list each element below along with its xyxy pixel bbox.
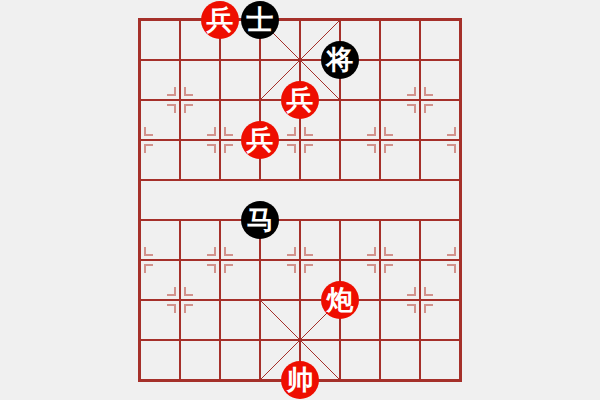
point-marker <box>447 127 456 136</box>
point-marker <box>424 287 433 296</box>
grid-vline-bottom <box>219 220 221 380</box>
grid-vline-top <box>419 20 421 180</box>
red-soldier-piece[interactable]: 兵 <box>241 121 279 159</box>
point-marker <box>207 127 216 136</box>
point-marker <box>207 144 216 153</box>
point-marker <box>367 264 376 273</box>
black-advisor-piece[interactable]: 士 <box>241 1 279 39</box>
grid-vline-bottom <box>419 220 421 380</box>
point-marker <box>287 264 296 273</box>
point-marker <box>167 87 176 96</box>
grid-vline-bottom <box>379 220 381 380</box>
point-marker <box>384 144 393 153</box>
point-marker <box>224 264 233 273</box>
point-marker <box>424 87 433 96</box>
point-marker <box>184 104 193 113</box>
point-marker <box>304 127 313 136</box>
point-marker <box>384 264 393 273</box>
point-marker <box>144 127 153 136</box>
point-marker <box>367 247 376 256</box>
point-marker <box>167 104 176 113</box>
point-marker <box>447 264 456 273</box>
point-marker <box>407 87 416 96</box>
point-marker <box>304 264 313 273</box>
red-soldier-piece[interactable]: 兵 <box>281 81 319 119</box>
point-marker <box>287 247 296 256</box>
point-marker <box>367 127 376 136</box>
black-general-piece[interactable]: 将 <box>321 41 359 79</box>
point-marker <box>304 247 313 256</box>
point-marker <box>184 87 193 96</box>
point-marker <box>207 247 216 256</box>
point-marker <box>424 104 433 113</box>
point-marker <box>424 304 433 313</box>
grid-vline-top <box>379 20 381 180</box>
grid-vline-bottom <box>179 220 181 380</box>
red-cannon-piece[interactable]: 炮 <box>321 281 359 319</box>
point-marker <box>144 264 153 273</box>
grid-vline-top <box>179 20 181 180</box>
point-marker <box>184 287 193 296</box>
point-marker <box>144 247 153 256</box>
grid-vline-top <box>219 20 221 180</box>
point-marker <box>384 127 393 136</box>
point-marker <box>207 264 216 273</box>
xiangqi-board: 兵士将兵兵马炮帅 <box>0 0 600 400</box>
point-marker <box>384 247 393 256</box>
point-marker <box>447 247 456 256</box>
point-marker <box>407 104 416 113</box>
point-marker <box>367 144 376 153</box>
point-marker <box>407 304 416 313</box>
point-marker <box>224 247 233 256</box>
point-marker <box>224 127 233 136</box>
point-marker <box>407 287 416 296</box>
point-marker <box>167 287 176 296</box>
point-marker <box>167 304 176 313</box>
black-horse-piece[interactable]: 马 <box>241 201 279 239</box>
red-general-piece[interactable]: 帅 <box>281 361 319 399</box>
point-marker <box>144 144 153 153</box>
red-soldier-piece[interactable]: 兵 <box>201 1 239 39</box>
point-marker <box>287 127 296 136</box>
grid-vline-bottom <box>259 220 261 380</box>
point-marker <box>447 144 456 153</box>
point-marker <box>304 144 313 153</box>
point-marker <box>224 144 233 153</box>
point-marker <box>184 304 193 313</box>
point-marker <box>287 144 296 153</box>
grid-vline-bottom <box>299 220 301 380</box>
